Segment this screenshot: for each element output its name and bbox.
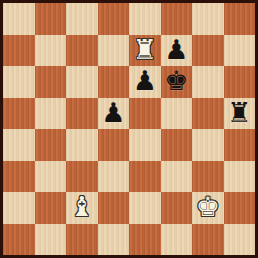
square-f5[interactable] [161,98,193,130]
square-d3[interactable] [98,161,130,193]
square-e1[interactable] [129,224,161,256]
chess-board-frame: ♜♟♟♚♟♜♝♚ [0,0,258,258]
square-d6[interactable] [98,66,130,98]
square-h8[interactable] [224,3,256,35]
square-f6[interactable]: ♚ [161,66,193,98]
square-b2[interactable] [35,192,67,224]
square-a7[interactable] [3,35,35,67]
square-b6[interactable] [35,66,67,98]
square-a1[interactable] [3,224,35,256]
square-d7[interactable] [98,35,130,67]
square-a6[interactable] [3,66,35,98]
black-pawn: ♟ [164,36,188,63]
square-a4[interactable] [3,129,35,161]
square-e7[interactable]: ♜ [129,35,161,67]
square-f3[interactable] [161,161,193,193]
square-c1[interactable] [66,224,98,256]
square-h4[interactable] [224,129,256,161]
white-bishop: ♝ [70,193,94,220]
square-a2[interactable] [3,192,35,224]
square-g2[interactable]: ♚ [192,192,224,224]
square-f2[interactable] [161,192,193,224]
square-g8[interactable] [192,3,224,35]
chess-board: ♜♟♟♚♟♜♝♚ [3,3,255,255]
square-h7[interactable] [224,35,256,67]
black-pawn: ♟ [133,67,157,94]
square-g7[interactable] [192,35,224,67]
square-e2[interactable] [129,192,161,224]
black-pawn: ♟ [101,99,125,126]
black-rook: ♜ [227,99,251,126]
square-b7[interactable] [35,35,67,67]
square-d4[interactable] [98,129,130,161]
square-b1[interactable] [35,224,67,256]
square-g1[interactable] [192,224,224,256]
square-a5[interactable] [3,98,35,130]
square-e4[interactable] [129,129,161,161]
square-h6[interactable] [224,66,256,98]
square-a8[interactable] [3,3,35,35]
square-c4[interactable] [66,129,98,161]
square-f7[interactable]: ♟ [161,35,193,67]
square-g6[interactable] [192,66,224,98]
square-c2[interactable]: ♝ [66,192,98,224]
square-g4[interactable] [192,129,224,161]
square-d1[interactable] [98,224,130,256]
square-b5[interactable] [35,98,67,130]
square-f1[interactable] [161,224,193,256]
square-h1[interactable] [224,224,256,256]
square-e8[interactable] [129,3,161,35]
square-b4[interactable] [35,129,67,161]
square-g5[interactable] [192,98,224,130]
white-rook: ♜ [133,36,157,63]
square-h5[interactable]: ♜ [224,98,256,130]
square-f4[interactable] [161,129,193,161]
square-e5[interactable] [129,98,161,130]
square-d5[interactable]: ♟ [98,98,130,130]
square-c6[interactable] [66,66,98,98]
square-c7[interactable] [66,35,98,67]
square-d2[interactable] [98,192,130,224]
square-b3[interactable] [35,161,67,193]
black-king: ♚ [164,67,188,94]
square-h3[interactable] [224,161,256,193]
square-e3[interactable] [129,161,161,193]
square-e6[interactable]: ♟ [129,66,161,98]
square-g3[interactable] [192,161,224,193]
square-h2[interactable] [224,192,256,224]
white-king: ♚ [196,193,220,220]
square-c3[interactable] [66,161,98,193]
square-d8[interactable] [98,3,130,35]
square-b8[interactable] [35,3,67,35]
square-f8[interactable] [161,3,193,35]
square-c5[interactable] [66,98,98,130]
square-a3[interactable] [3,161,35,193]
square-c8[interactable] [66,3,98,35]
